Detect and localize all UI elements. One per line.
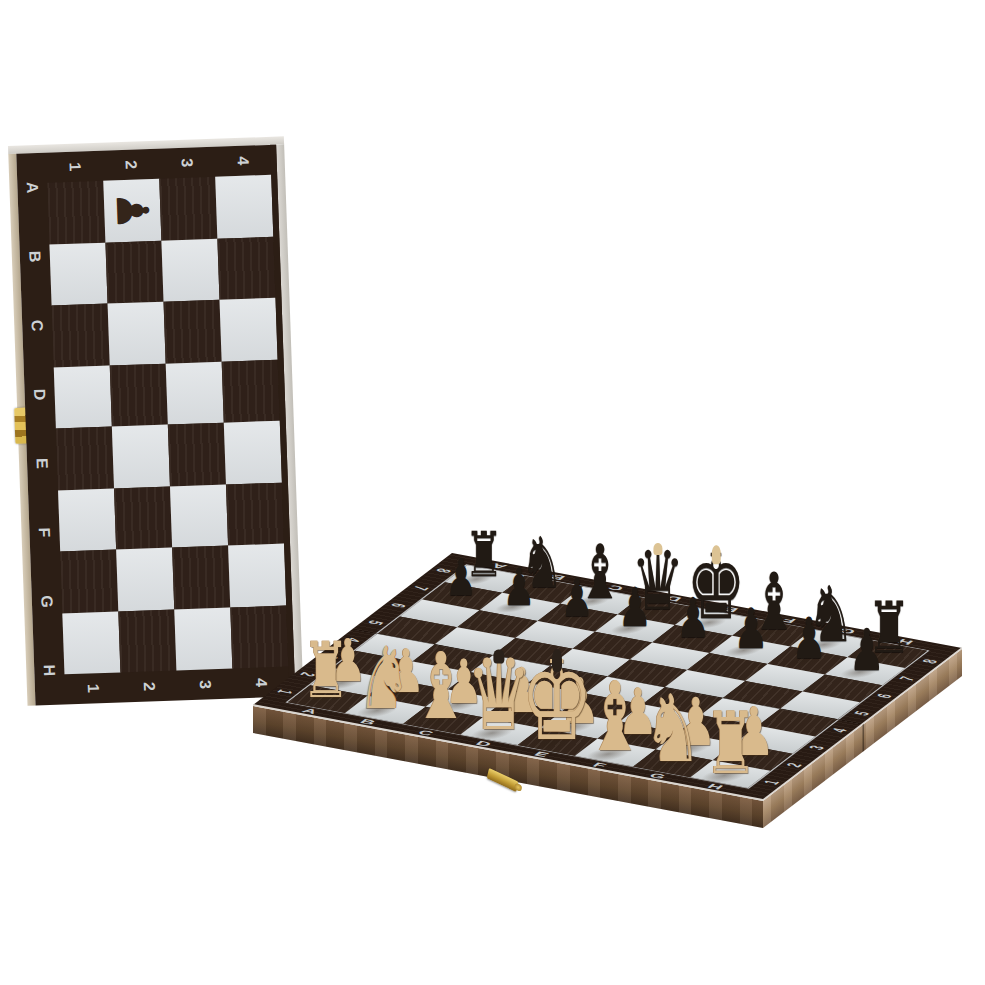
piece-black-pawn-a7: ♟ — [445, 551, 477, 602]
folded-square-G3 — [172, 546, 230, 609]
piece-white-rook-h1: ♜ — [704, 700, 758, 786]
folded-square-B2 — [105, 240, 163, 303]
folded-top-number-3: 3 — [171, 134, 203, 191]
folded-top-number-4: 4 — [227, 132, 259, 189]
folded-square-E3 — [168, 423, 226, 486]
folded-letter-D: D — [5, 378, 75, 410]
rank-label-left-7: 7 — [408, 585, 432, 592]
folded-square-F2 — [114, 486, 172, 549]
piece-black-pawn-e7: ♟ — [676, 591, 711, 646]
folded-bottom-number-rail: 1234 — [64, 667, 289, 705]
piece-black-pawn-c7: ♟ — [560, 571, 593, 624]
piece-black-pawn-f7: ♟ — [733, 601, 768, 657]
piece-white-king-e1: ♚ — [521, 641, 594, 757]
folded-square-F3 — [170, 484, 228, 547]
folded-letter-B: B — [0, 240, 70, 272]
black-queen-finial — [653, 543, 662, 555]
folded-board-face: ABCDEFGH 1234 ♟ 1234 — [8, 144, 303, 705]
folded-bottom-number-1: 1 — [77, 660, 109, 717]
folded-bottom-number-3: 3 — [189, 656, 221, 713]
folded-square-E4 — [224, 421, 282, 484]
white-queen-finial — [494, 649, 505, 663]
folded-square-D2 — [110, 363, 168, 426]
folded-square-C2 — [108, 302, 166, 365]
rank-label-left-1: 1 — [273, 688, 297, 695]
folded-letter-G: G — [12, 585, 82, 617]
folded-square-G4 — [228, 544, 286, 607]
rank-label-left-5: 5 — [363, 619, 387, 626]
brass-clasp-icon — [487, 768, 519, 792]
folded-board: ABCDEFGH 1234 ♟ 1234 — [8, 136, 303, 705]
piece-black-pawn-g7: ♟ — [791, 611, 827, 668]
folded-square-B4 — [217, 236, 275, 299]
folded-letter-E: E — [7, 447, 77, 479]
black-king-finial — [711, 546, 720, 565]
folded-top-number-rail: 1234 — [46, 145, 271, 183]
folded-square-B3 — [161, 238, 219, 301]
piece-black-pawn-d7: ♟ — [618, 581, 652, 635]
folded-letter-F: F — [10, 516, 80, 548]
folded-square-C4 — [219, 298, 277, 361]
folded-top-number-2: 2 — [115, 136, 147, 193]
folded-square-D4 — [222, 359, 280, 422]
folded-bottom-number-2: 2 — [133, 658, 165, 715]
folded-square-G2 — [116, 548, 174, 611]
white-king-finial — [552, 649, 562, 672]
folded-top-number-1: 1 — [59, 138, 91, 195]
side-face-seam — [863, 724, 865, 752]
folded-square-E2 — [112, 425, 170, 488]
folded-letter-C: C — [2, 309, 72, 341]
rank-label-left-6: 6 — [386, 602, 410, 609]
folded-board-center: 1234 ♟ 1234 — [46, 145, 289, 704]
piece-white-bishop-f1: ♝ — [585, 670, 645, 766]
pawn-logo-icon: ♟ — [110, 190, 155, 231]
folded-letter-H: H — [14, 654, 84, 686]
piece-white-bishop-c1: ♝ — [413, 641, 471, 733]
folded-square-C3 — [164, 300, 222, 363]
piece-black-pawn-h7: ♟ — [849, 621, 885, 679]
folded-checkerboard: ♟ — [47, 175, 288, 675]
folded-square-D3 — [166, 361, 224, 424]
folded-board-frame: ABCDEFGH 1234 ♟ 1234 — [16, 145, 295, 706]
piece-black-pawn-b7: ♟ — [503, 561, 536, 613]
folded-square-F4 — [226, 482, 284, 545]
scene: ABCDEFGH 1234 ♟ 1234 AABBCCDDEEFFGGHH112… — [0, 0, 985, 985]
piece-white-knight-g1: ♞ — [644, 683, 702, 776]
folded-letter-A: A — [0, 171, 67, 203]
piece-white-rook-a1: ♜ — [301, 632, 349, 709]
piece-white-knight-b1: ♞ — [357, 635, 411, 721]
